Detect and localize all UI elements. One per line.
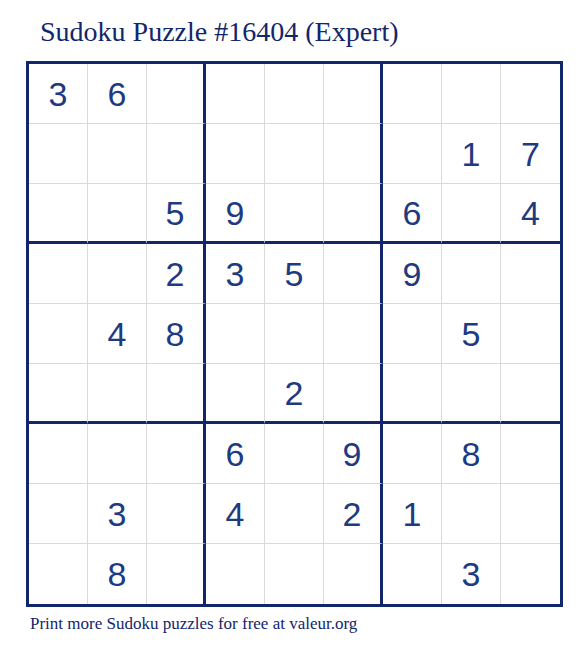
- cell-r6c8: [442, 364, 501, 424]
- cell-r4c7: 9: [383, 244, 442, 304]
- cell-r9c6: [324, 544, 383, 604]
- cell-r1c9: [501, 64, 560, 124]
- cell-r1c5: [265, 64, 324, 124]
- cell-r5c8: 5: [442, 304, 501, 364]
- cell-r1c1: 3: [29, 64, 88, 124]
- cell-r7c8: 8: [442, 424, 501, 484]
- cell-r5c1: [29, 304, 88, 364]
- cell-r5c2: 4: [88, 304, 147, 364]
- cell-r6c1: [29, 364, 88, 424]
- cell-r9c9: [501, 544, 560, 604]
- cell-r1c7: [383, 64, 442, 124]
- cell-r8c9: [501, 484, 560, 544]
- cell-r9c2: 8: [88, 544, 147, 604]
- cell-r1c2: 6: [88, 64, 147, 124]
- cell-r2c6: [324, 124, 383, 184]
- cell-r9c8: 3: [442, 544, 501, 604]
- cell-r7c6: 9: [324, 424, 383, 484]
- cell-r2c7: [383, 124, 442, 184]
- cell-r6c2: [88, 364, 147, 424]
- cell-r8c1: [29, 484, 88, 544]
- cell-r7c1: [29, 424, 88, 484]
- cell-r2c3: [147, 124, 206, 184]
- cell-r4c4: 3: [206, 244, 265, 304]
- cell-r8c8: [442, 484, 501, 544]
- cell-r8c2: 3: [88, 484, 147, 544]
- cell-r7c3: [147, 424, 206, 484]
- cell-r4c3: 2: [147, 244, 206, 304]
- cell-r8c7: 1: [383, 484, 442, 544]
- cell-r5c7: [383, 304, 442, 364]
- footer-text: Print more Sudoku puzzles for free at va…: [30, 614, 357, 634]
- cell-r2c2: [88, 124, 147, 184]
- cell-r1c8: [442, 64, 501, 124]
- cell-r4c2: [88, 244, 147, 304]
- cell-r7c2: [88, 424, 147, 484]
- cell-r1c6: [324, 64, 383, 124]
- cell-r4c5: 5: [265, 244, 324, 304]
- cell-r3c9: 4: [501, 184, 560, 244]
- cell-r4c8: [442, 244, 501, 304]
- cell-r1c3: [147, 64, 206, 124]
- cell-r2c9: 7: [501, 124, 560, 184]
- cell-r7c7: [383, 424, 442, 484]
- cell-r6c7: [383, 364, 442, 424]
- cell-r4c6: [324, 244, 383, 304]
- cell-r5c6: [324, 304, 383, 364]
- cell-r2c4: [206, 124, 265, 184]
- cell-r5c4: [206, 304, 265, 364]
- cell-r3c7: 6: [383, 184, 442, 244]
- cell-r7c4: 6: [206, 424, 265, 484]
- cell-r1c4: [206, 64, 265, 124]
- cell-r9c4: [206, 544, 265, 604]
- cell-r7c5: [265, 424, 324, 484]
- sudoku-board: 3617596423594852698342183: [26, 61, 563, 607]
- cell-r3c3: 5: [147, 184, 206, 244]
- cell-r8c4: 4: [206, 484, 265, 544]
- cell-r6c9: [501, 364, 560, 424]
- cell-r9c1: [29, 544, 88, 604]
- cell-r3c5: [265, 184, 324, 244]
- cell-r8c3: [147, 484, 206, 544]
- cell-r6c4: [206, 364, 265, 424]
- page-title: Sudoku Puzzle #16404 (Expert): [40, 16, 399, 48]
- cell-r3c8: [442, 184, 501, 244]
- cell-r4c9: [501, 244, 560, 304]
- cell-r4c1: [29, 244, 88, 304]
- cell-r8c6: 2: [324, 484, 383, 544]
- cell-r5c5: [265, 304, 324, 364]
- cell-r3c2: [88, 184, 147, 244]
- cell-r9c7: [383, 544, 442, 604]
- cell-r5c3: 8: [147, 304, 206, 364]
- cell-r9c3: [147, 544, 206, 604]
- cell-r5c9: [501, 304, 560, 364]
- cell-r3c4: 9: [206, 184, 265, 244]
- cell-r6c6: [324, 364, 383, 424]
- cell-r3c1: [29, 184, 88, 244]
- cell-r7c9: [501, 424, 560, 484]
- cell-r2c1: [29, 124, 88, 184]
- cell-r6c5: 2: [265, 364, 324, 424]
- cell-r2c5: [265, 124, 324, 184]
- cell-r3c6: [324, 184, 383, 244]
- cell-r8c5: [265, 484, 324, 544]
- cell-r9c5: [265, 544, 324, 604]
- cell-r2c8: 1: [442, 124, 501, 184]
- cell-r6c3: [147, 364, 206, 424]
